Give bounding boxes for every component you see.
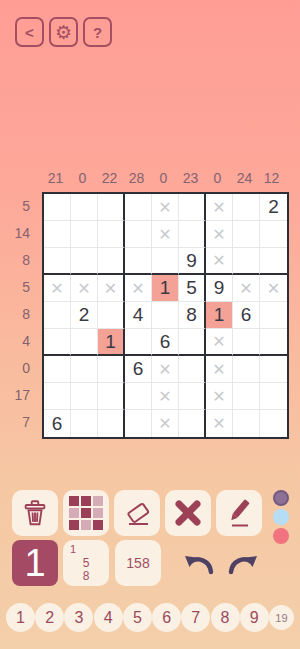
cell-r6c3[interactable]: 1 (98, 329, 125, 356)
cell-r4c7[interactable]: 9 (206, 275, 233, 302)
cell-r6c5[interactable]: 6 (152, 329, 179, 356)
grid-icon-square (81, 508, 91, 518)
eraser-button[interactable] (114, 490, 160, 536)
cell-r1c4[interactable] (125, 194, 152, 221)
color-dot-blue[interactable] (273, 509, 289, 525)
cell-r5c9[interactable] (260, 302, 287, 329)
sandwich-clues-top: 210222802302412 (42, 164, 289, 192)
sandwich-clues-left: 51485840177 (0, 192, 42, 439)
left-clue-row8: 17 (0, 381, 30, 408)
cell-r3c7[interactable]: ✕ (206, 248, 233, 275)
top-clue-col5: 0 (150, 164, 177, 192)
number-pad: 12345678919 (6, 603, 294, 632)
cell-r3c8[interactable] (233, 248, 260, 275)
cell-r6c1[interactable] (44, 329, 71, 356)
cell-r2c2[interactable] (71, 221, 98, 248)
numpad-8[interactable]: 8 (211, 603, 240, 632)
cell-r9c5[interactable]: ✕ (152, 410, 179, 437)
numpad-1[interactable]: 1 (6, 603, 35, 632)
grid-icon-square (93, 496, 103, 506)
big-digit-mode-button[interactable]: 1 (12, 540, 58, 586)
help-icon: ? (93, 24, 102, 41)
cell-r7c8[interactable] (233, 356, 260, 383)
grid-icon-square (81, 520, 91, 530)
cell-r3c5[interactable] (152, 248, 179, 275)
grid-icon-square (81, 496, 91, 506)
cell-r3c3[interactable] (98, 248, 125, 275)
eraser-icon (121, 497, 153, 529)
color-dot-red[interactable] (273, 528, 289, 544)
entry-row: 1 1 5 8 158 (12, 540, 259, 586)
delete-button[interactable] (12, 490, 58, 536)
tool-bar (12, 490, 262, 536)
grid-icon-square (69, 520, 79, 530)
settings-button[interactable]: ⚙ (49, 17, 78, 47)
center-marks-mode-button[interactable]: 158 (115, 540, 161, 586)
color-grid-icon (69, 496, 103, 530)
top-clue-col9: 12 (258, 164, 285, 192)
cell-r3c6[interactable]: 9 (179, 248, 206, 275)
cell-r8c2[interactable] (71, 383, 98, 410)
cell-r8c9[interactable] (260, 383, 287, 410)
grid-icon-square (93, 508, 103, 518)
top-bar: < ⚙ ? (15, 17, 112, 47)
cell-r9c9[interactable] (260, 410, 287, 437)
cell-r5c4[interactable]: 4 (125, 302, 152, 329)
cell-r1c7[interactable]: ✕ (206, 194, 233, 221)
center-marks-label: 158 (126, 555, 149, 571)
left-clue-row4: 5 (0, 273, 30, 300)
left-clue-row3: 8 (0, 246, 30, 273)
remaining-counter: 19 (269, 605, 294, 630)
corner-mark-5: 5 (83, 556, 90, 570)
cell-r2c5[interactable]: ✕ (152, 221, 179, 248)
trash-icon (20, 498, 50, 528)
cell-r1c6[interactable] (179, 194, 206, 221)
cell-r3c4[interactable] (125, 248, 152, 275)
cell-r3c9[interactable] (260, 248, 287, 275)
left-clue-row6: 4 (0, 327, 30, 354)
numpad-7[interactable]: 7 (181, 603, 210, 632)
cell-r7c3[interactable] (98, 356, 125, 383)
cell-r5c1[interactable] (44, 302, 71, 329)
color-dot-purple[interactable] (273, 490, 289, 506)
cell-r5c6[interactable]: 8 (179, 302, 206, 329)
top-clue-col3: 22 (96, 164, 123, 192)
cell-r1c8[interactable] (233, 194, 260, 221)
cell-r9c2[interactable] (71, 410, 98, 437)
top-clue-col7: 0 (204, 164, 231, 192)
cell-r2c4[interactable] (125, 221, 152, 248)
undo-icon (183, 550, 215, 576)
pen-button[interactable] (216, 490, 262, 536)
top-clue-col2: 0 (69, 164, 96, 192)
grid-icon-square (69, 508, 79, 518)
top-clue-col8: 24 (231, 164, 258, 192)
cell-r7c1[interactable] (44, 356, 71, 383)
cell-r8c5[interactable]: ✕ (152, 383, 179, 410)
back-button[interactable]: < (15, 17, 44, 47)
numpad-3[interactable]: 3 (64, 603, 93, 632)
cell-r4c4[interactable]: ✕ (125, 275, 152, 302)
color-grid-button[interactable] (63, 490, 109, 536)
cell-r6c4[interactable] (125, 329, 152, 356)
cell-r9c4[interactable] (125, 410, 152, 437)
cell-r9c8[interactable] (233, 410, 260, 437)
cell-r4c5[interactable]: 1 (152, 275, 179, 302)
cell-r4c1[interactable]: ✕ (44, 275, 71, 302)
cell-r8c7[interactable]: ✕ (206, 383, 233, 410)
cell-r7c9[interactable] (260, 356, 287, 383)
cell-r6c7[interactable]: ✕ (206, 329, 233, 356)
cell-r4c6[interactable]: 5 (179, 275, 206, 302)
cell-r5c5[interactable] (152, 302, 179, 329)
cell-r2c8[interactable] (233, 221, 260, 248)
cell-r5c7[interactable]: 1 (206, 302, 233, 329)
cell-r3c2[interactable] (71, 248, 98, 275)
redo-button[interactable] (227, 550, 259, 576)
cell-r5c8[interactable]: 6 (233, 302, 260, 329)
redo-icon (227, 550, 259, 576)
cell-r1c9[interactable]: 2 (260, 194, 287, 221)
cross-icon (172, 497, 204, 529)
left-clue-row1: 5 (0, 192, 30, 219)
cell-r3c1[interactable] (44, 248, 71, 275)
sudoku-area: 210222802302412 51485840177 ✕✕2✕✕9✕✕✕✕✕1… (0, 164, 289, 439)
cell-r4c2[interactable]: ✕ (71, 275, 98, 302)
cell-r9c6[interactable] (179, 410, 206, 437)
cell-r2c7[interactable]: ✕ (206, 221, 233, 248)
pen-icon (223, 497, 255, 529)
cell-r7c6[interactable] (179, 356, 206, 383)
cell-r4c8[interactable]: ✕ (233, 275, 260, 302)
cell-r7c4[interactable]: 6 (125, 356, 152, 383)
numpad-2[interactable]: 2 (35, 603, 64, 632)
undo-button[interactable] (183, 550, 215, 576)
cell-r9c1[interactable]: 6 (44, 410, 71, 437)
numpad-9[interactable]: 9 (240, 603, 269, 632)
left-clue-row2: 14 (0, 219, 30, 246)
cell-r6c2[interactable] (71, 329, 98, 356)
cell-r2c1[interactable] (44, 221, 71, 248)
cell-r7c2[interactable] (71, 356, 98, 383)
cell-r9c3[interactable] (98, 410, 125, 437)
color-dot-stack (273, 490, 289, 544)
gear-icon: ⚙ (55, 23, 72, 42)
corner-mark-1: 1 (70, 543, 76, 555)
help-button[interactable]: ? (83, 17, 112, 47)
cell-r1c1[interactable] (44, 194, 71, 221)
cell-r8c3[interactable] (98, 383, 125, 410)
cell-r6c8[interactable] (233, 329, 260, 356)
board[interactable]: ✕✕2✕✕9✕✕✕✕✕159✕✕2481616✕6✕✕✕✕6✕✕ (42, 192, 289, 439)
cell-r2c9[interactable] (260, 221, 287, 248)
app-screen: < ⚙ ? 210222802302412 51485840177 ✕✕2✕✕9… (0, 0, 300, 649)
cross-mark-button[interactable] (165, 490, 211, 536)
cell-r8c8[interactable] (233, 383, 260, 410)
grid-icon-square (69, 496, 79, 506)
cell-r9c7[interactable]: ✕ (206, 410, 233, 437)
numpad-4[interactable]: 4 (94, 603, 123, 632)
top-clue-col1: 21 (42, 164, 69, 192)
cell-r7c5[interactable]: ✕ (152, 356, 179, 383)
cell-r8c1[interactable] (44, 383, 71, 410)
cell-r2c3[interactable] (98, 221, 125, 248)
top-clue-col6: 23 (177, 164, 204, 192)
cell-r5c2[interactable]: 2 (71, 302, 98, 329)
left-clue-row9: 7 (0, 408, 30, 435)
corner-mark-8: 8 (83, 569, 90, 583)
cell-r1c3[interactable] (98, 194, 125, 221)
cell-r8c6[interactable] (179, 383, 206, 410)
left-clue-row5: 8 (0, 300, 30, 327)
cell-r7c7[interactable]: ✕ (206, 356, 233, 383)
cell-r1c5[interactable]: ✕ (152, 194, 179, 221)
cell-r6c9[interactable] (260, 329, 287, 356)
cell-r2c6[interactable] (179, 221, 206, 248)
cell-r6c6[interactable] (179, 329, 206, 356)
cell-r4c3[interactable]: ✕ (98, 275, 125, 302)
numpad-6[interactable]: 6 (152, 603, 181, 632)
numpad-5[interactable]: 5 (123, 603, 152, 632)
selected-digit: 1 (24, 542, 45, 585)
left-clue-row7: 0 (0, 354, 30, 381)
top-clue-col4: 28 (123, 164, 150, 192)
cell-r5c3[interactable] (98, 302, 125, 329)
corner-marks-mode-button[interactable]: 1 5 8 (63, 540, 109, 586)
cell-r4c9[interactable]: ✕ (260, 275, 287, 302)
cell-r8c4[interactable] (125, 383, 152, 410)
cell-r1c2[interactable] (71, 194, 98, 221)
grid-icon-square (93, 520, 103, 530)
back-icon: < (25, 24, 34, 41)
